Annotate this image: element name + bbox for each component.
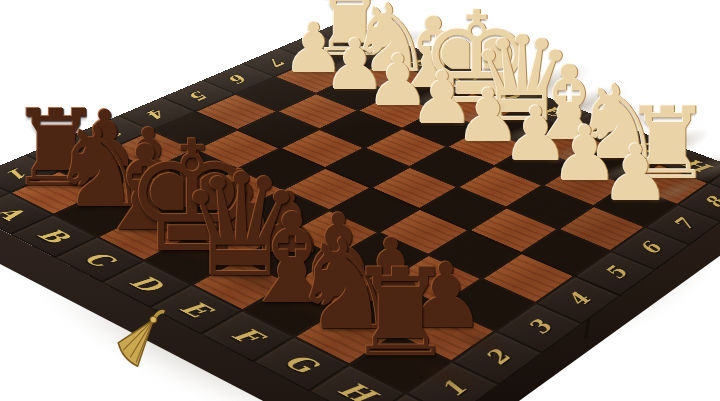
piece-dark-rook-h1[interactable]: ♜ xyxy=(346,256,455,371)
chess-set-photo: AA88BB77CC66DD55EE44FF33GG22HH11 ♜♞♝♚♛♝♞… xyxy=(0,0,720,401)
piece-light-pawn-h7[interactable]: ♟ xyxy=(601,137,671,211)
pieces-layer: ♜♞♝♚♛♝♞♜♟♟♟♟♟♟♟♟♟♟♟♟♟♟♟♟♜♞♝♚♛♝♞♜ xyxy=(0,0,720,401)
